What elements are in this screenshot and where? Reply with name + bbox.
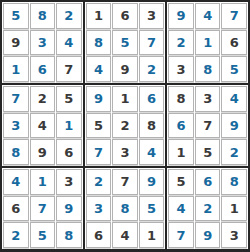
cell-r8c7[interactable]: 4: [168, 196, 194, 222]
cell-r1c7[interactable]: 9: [168, 3, 194, 29]
cell-r8c9[interactable]: 1: [221, 196, 247, 222]
box-5: 916528734: [85, 85, 166, 166]
cell-r6c3[interactable]: 6: [56, 139, 82, 165]
cell-r4c1[interactable]: 7: [3, 86, 29, 112]
cell-r8c3[interactable]: 9: [56, 196, 82, 222]
cell-r8c4[interactable]: 3: [86, 196, 112, 222]
cell-r7c8[interactable]: 6: [195, 169, 221, 195]
cell-r2c6[interactable]: 7: [139, 30, 165, 56]
cell-r9c7[interactable]: 7: [168, 222, 194, 248]
cell-r9c1[interactable]: 2: [3, 222, 29, 248]
cell-r1c3[interactable]: 2: [56, 3, 82, 29]
cell-r7c6[interactable]: 9: [139, 169, 165, 195]
cell-r5c5[interactable]: 2: [112, 113, 138, 139]
cell-r5c6[interactable]: 8: [139, 113, 165, 139]
cell-r2c2[interactable]: 3: [30, 30, 56, 56]
cell-r1c9[interactable]: 7: [221, 3, 247, 29]
box-1: 582934167: [2, 2, 83, 83]
box-3: 947216385: [167, 2, 248, 83]
cell-r2c8[interactable]: 1: [195, 30, 221, 56]
cell-r4c4[interactable]: 9: [86, 86, 112, 112]
cell-r6c2[interactable]: 9: [30, 139, 56, 165]
box-8: 279385641: [85, 168, 166, 249]
cell-r1c1[interactable]: 5: [3, 3, 29, 29]
cell-r9c2[interactable]: 5: [30, 222, 56, 248]
cell-r3c1[interactable]: 1: [3, 56, 29, 82]
cell-r2c1[interactable]: 9: [3, 30, 29, 56]
cell-r4c5[interactable]: 1: [112, 86, 138, 112]
cell-r2c3[interactable]: 4: [56, 30, 82, 56]
cell-r8c5[interactable]: 8: [112, 196, 138, 222]
cell-r5c8[interactable]: 7: [195, 113, 221, 139]
box-2: 163857492: [85, 2, 166, 83]
box-6: 834679152: [167, 85, 248, 166]
cell-r5c2[interactable]: 4: [30, 113, 56, 139]
cell-r3c5[interactable]: 9: [112, 56, 138, 82]
cell-r7c2[interactable]: 1: [30, 169, 56, 195]
cell-r6c9[interactable]: 2: [221, 139, 247, 165]
box-4: 725341896: [2, 85, 83, 166]
cell-r2c7[interactable]: 2: [168, 30, 194, 56]
sudoku-board: 5829341671638574929472163857253418969165…: [0, 0, 250, 252]
cell-r1c8[interactable]: 4: [195, 3, 221, 29]
box-9: 568421793: [167, 168, 248, 249]
cell-r1c6[interactable]: 3: [139, 3, 165, 29]
cell-r6c6[interactable]: 4: [139, 139, 165, 165]
cell-r5c4[interactable]: 5: [86, 113, 112, 139]
cell-r8c8[interactable]: 2: [195, 196, 221, 222]
cell-r8c2[interactable]: 7: [30, 196, 56, 222]
cell-r2c9[interactable]: 6: [221, 30, 247, 56]
cell-r6c7[interactable]: 1: [168, 139, 194, 165]
cell-r8c1[interactable]: 6: [3, 196, 29, 222]
cell-r7c1[interactable]: 4: [3, 169, 29, 195]
cell-r9c8[interactable]: 9: [195, 222, 221, 248]
cell-r3c6[interactable]: 2: [139, 56, 165, 82]
cell-r2c5[interactable]: 5: [112, 30, 138, 56]
cell-r2c4[interactable]: 8: [86, 30, 112, 56]
cell-r4c2[interactable]: 2: [30, 86, 56, 112]
cell-r9c5[interactable]: 4: [112, 222, 138, 248]
cell-r4c9[interactable]: 4: [221, 86, 247, 112]
cell-r4c7[interactable]: 8: [168, 86, 194, 112]
cell-r5c1[interactable]: 3: [3, 113, 29, 139]
cell-r3c8[interactable]: 8: [195, 56, 221, 82]
cell-r1c4[interactable]: 1: [86, 3, 112, 29]
cell-r6c4[interactable]: 7: [86, 139, 112, 165]
cell-r5c9[interactable]: 9: [221, 113, 247, 139]
cell-r1c2[interactable]: 8: [30, 3, 56, 29]
cell-r9c9[interactable]: 3: [221, 222, 247, 248]
cell-r5c7[interactable]: 6: [168, 113, 194, 139]
cell-r9c4[interactable]: 6: [86, 222, 112, 248]
cell-r9c3[interactable]: 8: [56, 222, 82, 248]
cell-r6c8[interactable]: 5: [195, 139, 221, 165]
cell-r4c6[interactable]: 6: [139, 86, 165, 112]
cell-r4c8[interactable]: 3: [195, 86, 221, 112]
cell-r6c1[interactable]: 8: [3, 139, 29, 165]
cell-r3c9[interactable]: 5: [221, 56, 247, 82]
cell-r3c2[interactable]: 6: [30, 56, 56, 82]
box-7: 413679258: [2, 168, 83, 249]
cell-r3c4[interactable]: 4: [86, 56, 112, 82]
cell-r1c5[interactable]: 6: [112, 3, 138, 29]
cell-r8c6[interactable]: 5: [139, 196, 165, 222]
cell-r3c7[interactable]: 3: [168, 56, 194, 82]
cell-r7c4[interactable]: 2: [86, 169, 112, 195]
cell-r9c6[interactable]: 1: [139, 222, 165, 248]
cell-r6c5[interactable]: 3: [112, 139, 138, 165]
cell-r4c3[interactable]: 5: [56, 86, 82, 112]
cell-r5c3[interactable]: 1: [56, 113, 82, 139]
cell-r7c9[interactable]: 8: [221, 169, 247, 195]
cell-r7c3[interactable]: 3: [56, 169, 82, 195]
cell-r7c5[interactable]: 7: [112, 169, 138, 195]
cell-r7c7[interactable]: 5: [168, 169, 194, 195]
cell-r3c3[interactable]: 7: [56, 56, 82, 82]
